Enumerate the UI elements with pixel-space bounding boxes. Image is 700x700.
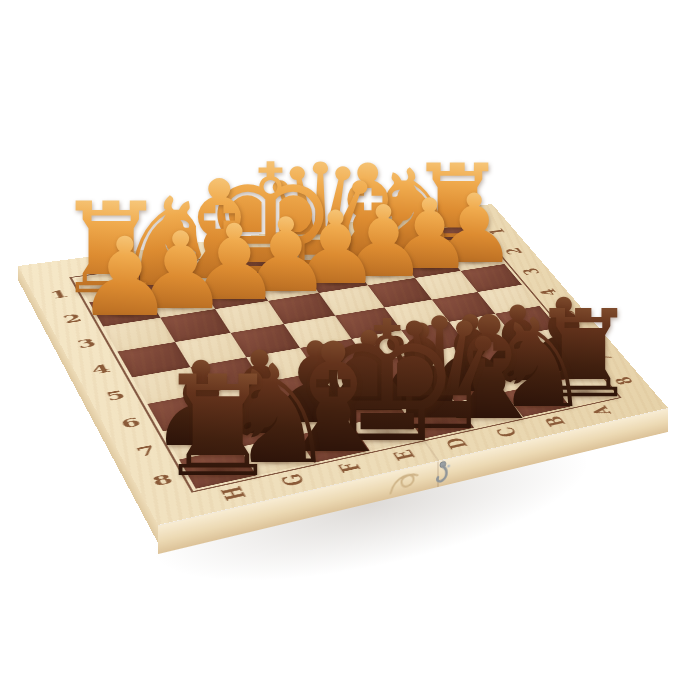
- rank-label-left-1: 1: [47, 287, 70, 300]
- file-label-b: B: [541, 415, 568, 429]
- rank-label-right-6: 6: [573, 330, 597, 340]
- rank-label-left-8: 8: [149, 471, 175, 488]
- rank-label-left-3: 3: [74, 336, 98, 350]
- rank-label-right-2: 2: [502, 247, 525, 256]
- file-label-g: G: [277, 472, 308, 488]
- rank-label-left-5: 5: [103, 388, 127, 403]
- product-photo-scene: 1234567812345678HGFEDCBA ♜♞♝♛♚♝♞♜♟♟♟♟♟♟♟…: [0, 0, 700, 700]
- file-label-c: C: [492, 425, 520, 438]
- rank-label-right-3: 3: [519, 267, 542, 276]
- rank-label-right-8: 8: [611, 375, 636, 386]
- rank-label-right-7: 7: [592, 353, 616, 363]
- file-label-a: A: [588, 405, 614, 417]
- rank-label-right-4: 4: [536, 288, 560, 297]
- file-label-h: H: [217, 485, 250, 503]
- rank-label-right-5: 5: [554, 309, 578, 319]
- rank-label-right-1: 1: [485, 227, 508, 235]
- file-label-e: E: [389, 448, 418, 462]
- rank-label-left-4: 4: [88, 361, 112, 375]
- file-label-d: D: [442, 436, 471, 451]
- rank-label-left-7: 7: [133, 442, 158, 458]
- file-label-f: F: [335, 460, 364, 474]
- rank-label-left-2: 2: [61, 311, 84, 324]
- rank-label-left-6: 6: [118, 415, 143, 430]
